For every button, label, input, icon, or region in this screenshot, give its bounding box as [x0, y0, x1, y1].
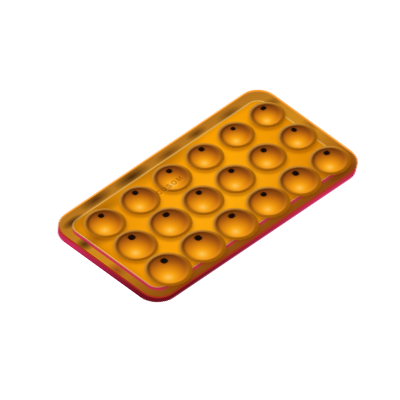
pit-vent-hole-icon — [127, 234, 136, 240]
pit-vent-hole-icon — [159, 257, 168, 264]
pit-vent-hole-icon — [131, 190, 139, 196]
pit-vent-hole-icon — [162, 212, 171, 218]
pit-vent-hole-icon — [322, 150, 330, 156]
pit-vent-hole-icon — [260, 106, 267, 111]
pit-vent-hole-icon — [228, 168, 236, 174]
pit-vent-hole-icon — [259, 147, 267, 153]
pit-vent-hole-icon — [165, 168, 173, 174]
pit-dome — [214, 120, 258, 151]
pit-vent-hole-icon — [197, 147, 205, 152]
pit-tray-board: CUSOM — [51, 86, 365, 303]
pit-vent-hole-icon — [194, 235, 203, 241]
pit-vent-hole-icon — [290, 127, 298, 132]
pit-vent-hole-icon — [229, 126, 237, 131]
pit-vent-hole-icon — [227, 213, 236, 219]
pit-vent-hole-icon — [291, 170, 300, 176]
pit-vent-hole-icon — [195, 190, 204, 196]
photo-scene: CUSOM — [0, 0, 400, 400]
pit-vent-hole-icon — [260, 191, 269, 197]
pit-vent-hole-icon — [97, 213, 105, 219]
